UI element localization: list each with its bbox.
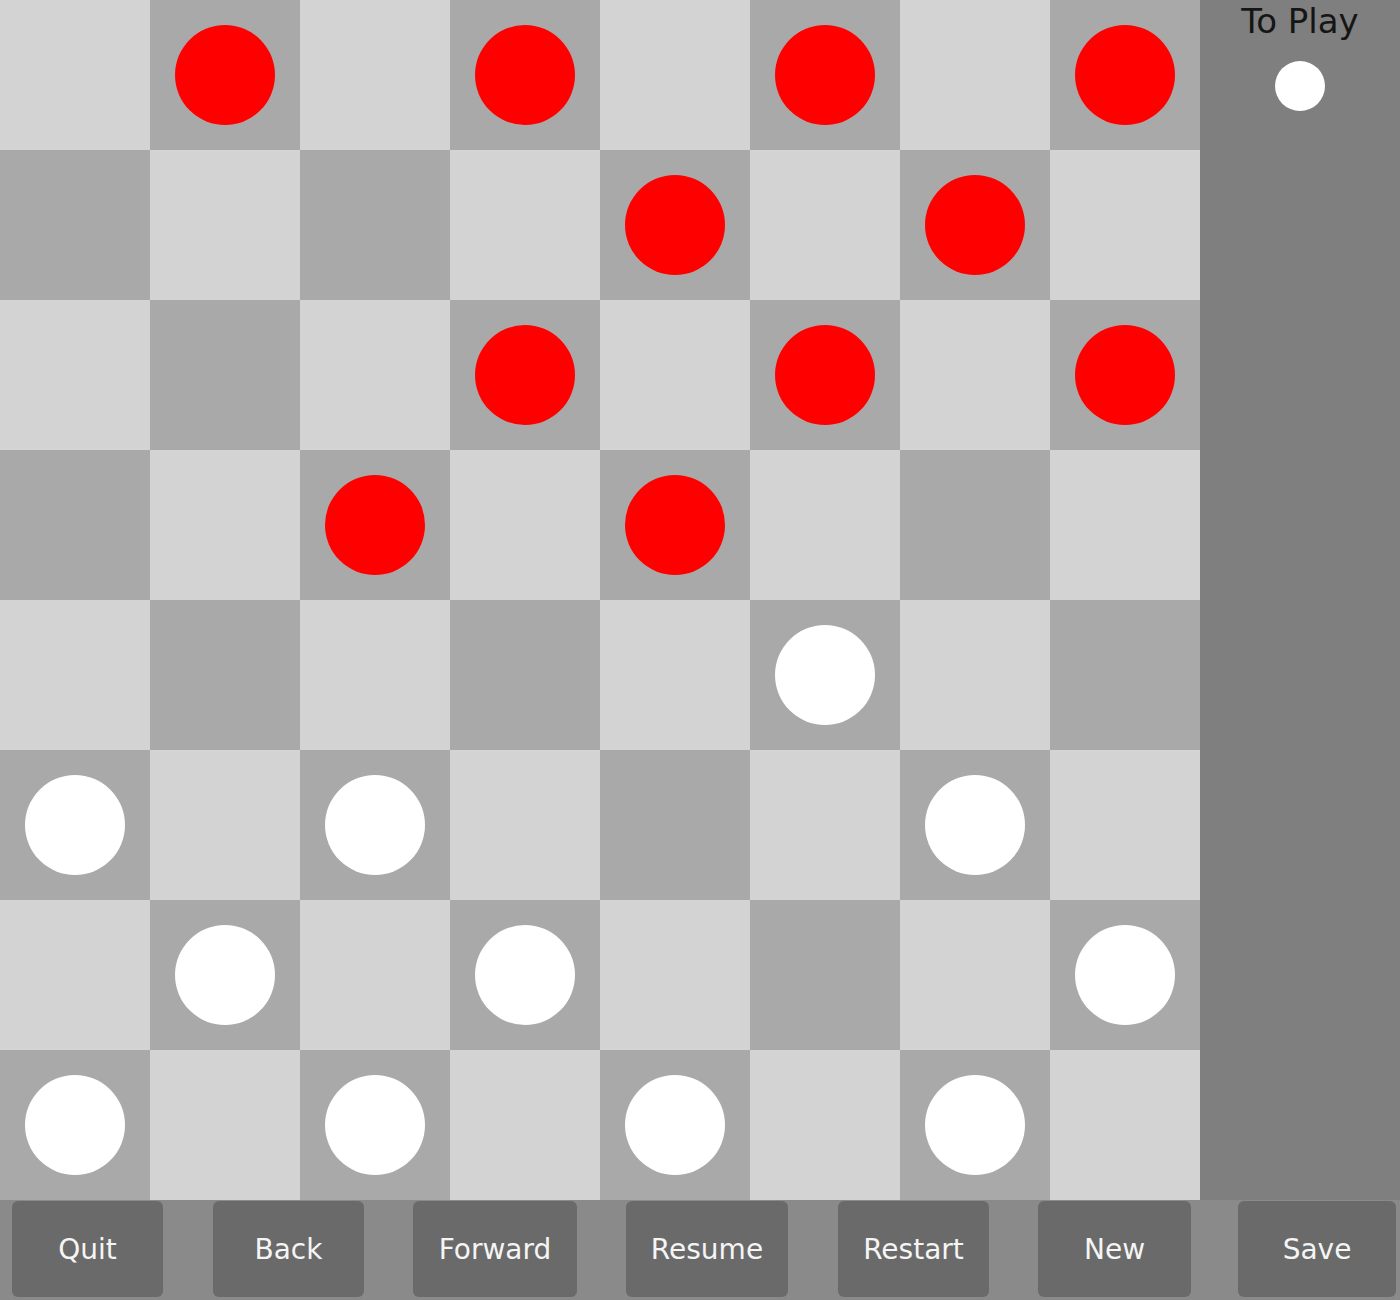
- square-r6c3[interactable]: [450, 900, 600, 1050]
- square-r2c4: [600, 300, 750, 450]
- square-r3c0[interactable]: [0, 450, 150, 600]
- square-r0c1[interactable]: [150, 0, 300, 150]
- square-r6c0: [0, 900, 150, 1050]
- square-r0c4: [600, 0, 750, 150]
- red-piece[interactable]: [625, 475, 725, 575]
- square-r3c4[interactable]: [600, 450, 750, 600]
- red-piece[interactable]: [1075, 325, 1175, 425]
- square-r7c7: [1050, 1050, 1200, 1200]
- square-r3c2[interactable]: [300, 450, 450, 600]
- square-r3c5: [750, 450, 900, 600]
- red-piece[interactable]: [775, 25, 875, 125]
- white-piece[interactable]: [325, 1075, 425, 1175]
- square-r0c0: [0, 0, 150, 150]
- square-r7c4[interactable]: [600, 1050, 750, 1200]
- square-r2c6: [900, 300, 1050, 450]
- square-r2c2: [300, 300, 450, 450]
- square-r5c4[interactable]: [600, 750, 750, 900]
- red-piece[interactable]: [925, 175, 1025, 275]
- square-r4c7[interactable]: [1050, 600, 1200, 750]
- square-r1c1: [150, 150, 300, 300]
- white-piece[interactable]: [175, 925, 275, 1025]
- square-r2c5[interactable]: [750, 300, 900, 450]
- square-r2c1[interactable]: [150, 300, 300, 450]
- square-r4c2: [300, 600, 450, 750]
- square-r4c3[interactable]: [450, 600, 600, 750]
- quit-button[interactable]: Quit: [12, 1201, 163, 1297]
- square-r3c6[interactable]: [900, 450, 1050, 600]
- square-r7c6[interactable]: [900, 1050, 1050, 1200]
- to-play-label: To Play: [1200, 1, 1400, 41]
- square-r0c6: [900, 0, 1050, 150]
- square-r1c4[interactable]: [600, 150, 750, 300]
- sidebar: To Play: [1200, 0, 1400, 1300]
- to-play-white-indicator: [1275, 61, 1325, 111]
- white-piece[interactable]: [25, 775, 125, 875]
- new-button[interactable]: New: [1038, 1201, 1191, 1297]
- red-piece[interactable]: [325, 475, 425, 575]
- square-r5c5: [750, 750, 900, 900]
- checkers-board: [0, 0, 1200, 1200]
- square-r1c5: [750, 150, 900, 300]
- restart-button[interactable]: Restart: [838, 1201, 989, 1297]
- square-r3c1: [150, 450, 300, 600]
- forward-button[interactable]: Forward: [413, 1201, 577, 1297]
- red-piece[interactable]: [475, 325, 575, 425]
- square-r5c1: [150, 750, 300, 900]
- square-r4c4: [600, 600, 750, 750]
- square-r1c6[interactable]: [900, 150, 1050, 300]
- square-r2c7[interactable]: [1050, 300, 1200, 450]
- square-r1c3: [450, 150, 600, 300]
- square-r2c3[interactable]: [450, 300, 600, 450]
- square-r5c7: [1050, 750, 1200, 900]
- square-r7c3: [450, 1050, 600, 1200]
- save-button[interactable]: Save: [1238, 1201, 1396, 1297]
- square-r6c4: [600, 900, 750, 1050]
- square-r6c1[interactable]: [150, 900, 300, 1050]
- red-piece[interactable]: [1075, 25, 1175, 125]
- white-piece[interactable]: [1075, 925, 1175, 1025]
- square-r1c0[interactable]: [0, 150, 150, 300]
- square-r6c7[interactable]: [1050, 900, 1200, 1050]
- square-r0c7[interactable]: [1050, 0, 1200, 150]
- square-r3c3: [450, 450, 600, 600]
- white-piece[interactable]: [775, 625, 875, 725]
- square-r6c6: [900, 900, 1050, 1050]
- square-r5c0[interactable]: [0, 750, 150, 900]
- red-piece[interactable]: [475, 25, 575, 125]
- white-piece[interactable]: [25, 1075, 125, 1175]
- square-r5c2[interactable]: [300, 750, 450, 900]
- red-piece[interactable]: [625, 175, 725, 275]
- square-r4c6: [900, 600, 1050, 750]
- square-r5c3: [450, 750, 600, 900]
- square-r4c5[interactable]: [750, 600, 900, 750]
- square-r5c6[interactable]: [900, 750, 1050, 900]
- red-piece[interactable]: [775, 325, 875, 425]
- square-r6c5[interactable]: [750, 900, 900, 1050]
- resume-button[interactable]: Resume: [626, 1201, 788, 1297]
- toolbar: Quit Back Forward Resume Restart New Sav…: [0, 1200, 1400, 1300]
- square-r0c5[interactable]: [750, 0, 900, 150]
- white-piece[interactable]: [325, 775, 425, 875]
- square-r4c1[interactable]: [150, 600, 300, 750]
- red-piece[interactable]: [175, 25, 275, 125]
- square-r1c7: [1050, 150, 1200, 300]
- white-piece[interactable]: [925, 775, 1025, 875]
- square-r0c3[interactable]: [450, 0, 600, 150]
- square-r1c2[interactable]: [300, 150, 450, 300]
- square-r6c2: [300, 900, 450, 1050]
- white-piece[interactable]: [625, 1075, 725, 1175]
- square-r7c1: [150, 1050, 300, 1200]
- square-r7c0[interactable]: [0, 1050, 150, 1200]
- square-r7c5: [750, 1050, 900, 1200]
- back-button[interactable]: Back: [213, 1201, 364, 1297]
- square-r4c0: [0, 600, 150, 750]
- square-r3c7: [1050, 450, 1200, 600]
- square-r0c2: [300, 0, 450, 150]
- square-r7c2[interactable]: [300, 1050, 450, 1200]
- square-r2c0: [0, 300, 150, 450]
- white-piece[interactable]: [475, 925, 575, 1025]
- white-piece[interactable]: [925, 1075, 1025, 1175]
